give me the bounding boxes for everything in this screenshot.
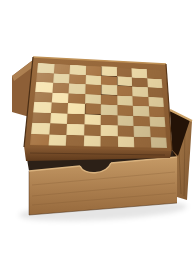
product-photo-chess-box <box>0 0 194 256</box>
board-square <box>51 92 68 103</box>
board-square <box>117 136 134 147</box>
board-square <box>150 126 167 137</box>
board-square <box>34 92 52 103</box>
board-square <box>33 102 51 113</box>
board-square <box>67 103 84 114</box>
board-square <box>102 66 117 76</box>
board-square <box>30 134 49 146</box>
board-square <box>132 96 148 106</box>
board-square <box>101 136 118 147</box>
board-square <box>149 116 165 127</box>
board-square <box>133 106 149 117</box>
board-square <box>101 104 117 115</box>
board-square <box>50 113 68 124</box>
board-square <box>84 114 101 125</box>
board-square <box>117 95 133 105</box>
board-square <box>83 135 100 146</box>
board-square <box>50 102 68 113</box>
board-square <box>148 106 164 116</box>
board-square <box>117 105 133 116</box>
chess-board <box>30 63 167 148</box>
board-square <box>134 126 151 137</box>
board-square <box>117 76 133 86</box>
board-square <box>133 116 149 127</box>
board-square <box>101 115 118 126</box>
board-square <box>32 112 50 123</box>
board-square <box>117 115 133 126</box>
board-square <box>101 125 118 136</box>
board-square <box>85 103 102 114</box>
board-square <box>150 137 167 148</box>
board-square <box>134 136 151 147</box>
board-square <box>48 134 66 146</box>
board-square <box>68 93 85 104</box>
board-square <box>31 123 50 134</box>
board-square <box>67 113 84 124</box>
board-square <box>66 124 84 135</box>
board-square <box>49 123 67 134</box>
board-square <box>84 124 101 135</box>
board-square <box>66 135 84 147</box>
board-square <box>117 125 134 136</box>
board-square <box>101 95 117 105</box>
board-square <box>101 85 117 95</box>
